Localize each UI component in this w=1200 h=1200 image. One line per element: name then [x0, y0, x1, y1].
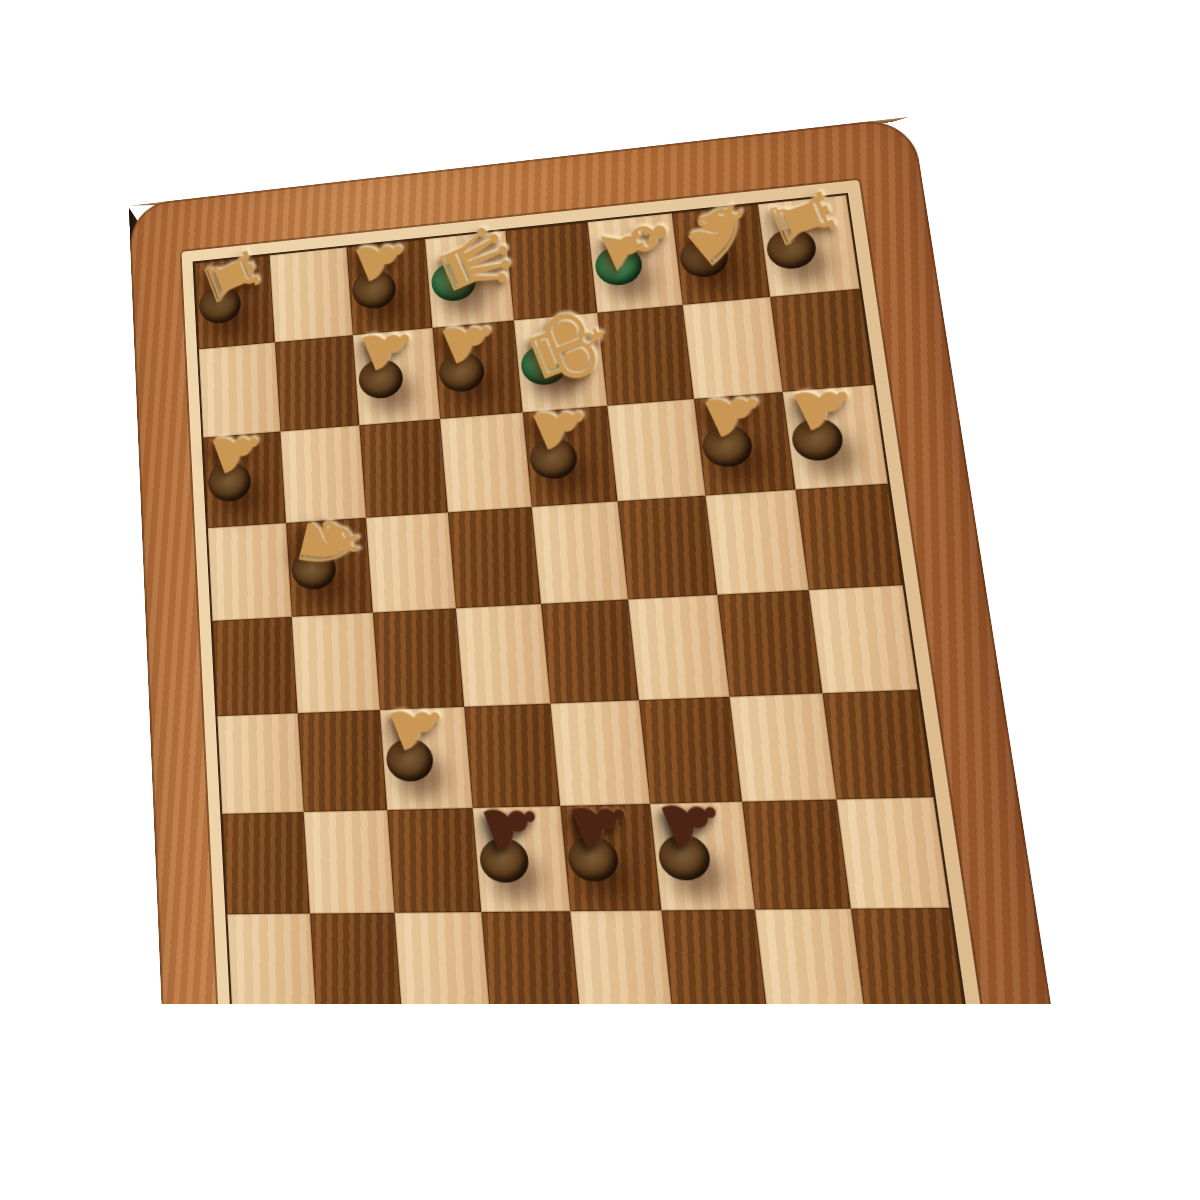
- square-b2: [304, 810, 395, 913]
- square-b7: [275, 335, 359, 431]
- square-g2: [742, 799, 851, 909]
- chess-box: ♜♟♛♝♞♜♟♟♚♟♟♟♟♞♟♟♟♟: [129, 116, 1068, 1004]
- square-h5: [796, 484, 903, 590]
- pawn-icon: ♟: [470, 784, 553, 864]
- square-a6: [203, 432, 286, 529]
- square-c1: [395, 912, 491, 1004]
- square-g4: [717, 590, 822, 697]
- square-b5: [286, 518, 373, 617]
- piece-felt-base: [657, 834, 713, 880]
- rook-icon: ♜: [755, 178, 848, 260]
- square-e1: [570, 910, 673, 1004]
- black-pawn-f2: ♟: [650, 802, 755, 911]
- square-a1: [227, 914, 316, 1004]
- square-h8: [758, 195, 860, 297]
- square-d3: [464, 704, 560, 808]
- square-g8: [672, 204, 770, 305]
- board-front-face: ♜♟♛♝♞♜♟♟♚♟♟♟♟♞♟♟♟♟: [129, 116, 1068, 1004]
- square-f3: [639, 697, 742, 804]
- square-b3: [298, 710, 388, 812]
- square-f7: [597, 305, 694, 406]
- pawn-icon: ♟: [558, 781, 643, 862]
- square-b4: [292, 613, 380, 714]
- square-h6: [783, 385, 888, 490]
- square-e2: [560, 804, 661, 911]
- square-h2: [836, 797, 949, 909]
- square-c5: [366, 512, 456, 612]
- square-c2: [387, 808, 481, 913]
- square-b1: [310, 913, 402, 1004]
- pawn-icon: ♟: [780, 366, 867, 444]
- product-photo: Wooden magnetic folding travel chess set…: [0, 0, 1200, 1200]
- pawn-icon: ♟: [647, 779, 735, 861]
- square-a2: [222, 812, 310, 914]
- square-g5: [705, 490, 808, 595]
- square-h4: [809, 585, 918, 693]
- square-a8: [194, 255, 274, 349]
- square-e3: [550, 700, 650, 806]
- square-h7: [770, 289, 873, 392]
- piece-felt-base: [790, 417, 846, 462]
- square-f1: [661, 910, 768, 1004]
- square-d8: [425, 231, 514, 328]
- white-pawn-g6: ♟: [694, 392, 796, 496]
- black-pawn-d2: ♟: [473, 806, 571, 912]
- pawn-icon: ♟: [691, 373, 776, 450]
- square-f2: [650, 802, 755, 911]
- square-c4: [373, 608, 464, 710]
- square-d6: [440, 412, 532, 512]
- board-border: ♜♟♛♝♞♜♟♟♚♟♟♟♟♞♟♟♟♟: [181, 180, 985, 1004]
- square-f6: [607, 399, 705, 501]
- square-f8: [588, 213, 683, 312]
- piece-felt-base: [385, 738, 435, 782]
- square-g6: [694, 392, 796, 496]
- square-c8: [346, 239, 432, 335]
- square-f4: [628, 595, 729, 700]
- pawn-icon: ♟: [378, 686, 457, 764]
- square-b6: [280, 425, 366, 523]
- square-h3: [822, 690, 933, 800]
- photo-area: ♜♟♛♝♞♜♟♟♚♟♟♟♟♞♟♟♟♟: [0, 0, 1200, 1004]
- square-g7: [683, 297, 783, 399]
- square-a4: [212, 617, 297, 716]
- square-e4: [541, 599, 639, 703]
- square-e6: [523, 406, 618, 507]
- black-pawn-e2: ♟: [560, 804, 661, 911]
- square-c6: [359, 419, 448, 518]
- square-e7: [514, 313, 607, 413]
- square-d4: [456, 604, 551, 707]
- square-g3: [730, 693, 837, 801]
- square-a5: [208, 523, 292, 621]
- square-f5: [618, 496, 718, 600]
- square-a7: [199, 342, 281, 437]
- square-d7: [432, 320, 522, 419]
- square-c3: [380, 707, 473, 810]
- square-b8: [270, 247, 353, 342]
- white-pawn-c3: ♟: [380, 707, 473, 810]
- scene: ♜♟♛♝♞♜♟♟♚♟♟♟♟♞♟♟♟♟: [128, 158, 944, 1004]
- white-rook-h8: ♜: [758, 195, 860, 297]
- square-g1: [755, 909, 866, 1004]
- chess-board: ♜♟♛♝♞♜♟♟♚♟♟♟♟♞♟♟♟♟: [194, 195, 965, 1004]
- square-d2: [473, 806, 571, 912]
- square-e5: [532, 501, 628, 604]
- square-d1: [481, 911, 580, 1004]
- piece-felt-base: [478, 838, 530, 883]
- piece-felt-base: [566, 836, 620, 882]
- square-e8: [505, 222, 597, 320]
- piece-felt-base: [765, 226, 819, 270]
- square-a3: [217, 713, 303, 814]
- square-c7: [353, 328, 440, 425]
- white-pawn-h6: ♟: [783, 385, 888, 490]
- piece-felt-base: [700, 424, 754, 469]
- square-d5: [448, 507, 541, 608]
- square-h1: [851, 908, 966, 1004]
